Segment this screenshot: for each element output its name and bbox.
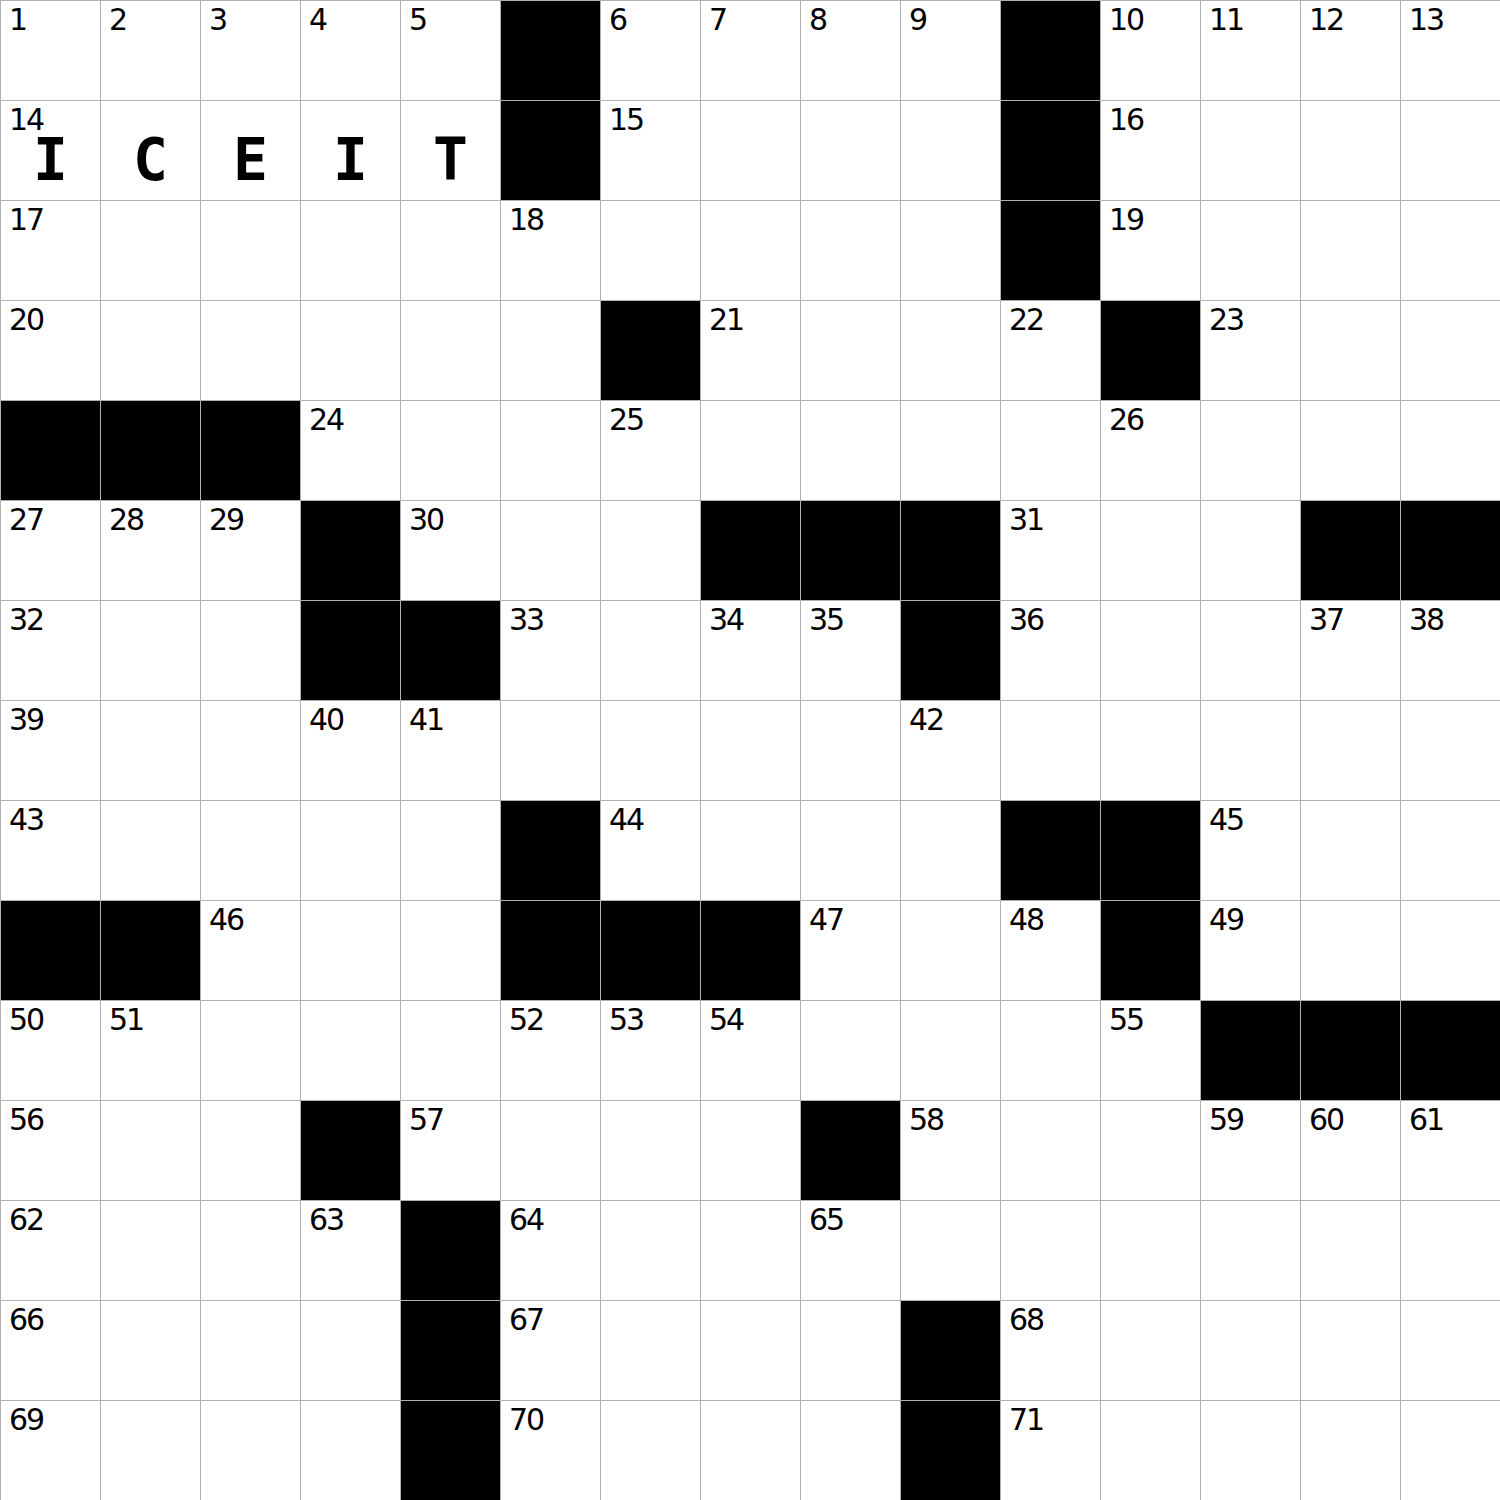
cell-r12c3[interactable]: 63	[301, 1201, 401, 1301]
cell-r1c7[interactable]	[701, 101, 801, 201]
cell-r13c14[interactable]	[1401, 1301, 1500, 1401]
cell-letter: E	[201, 101, 300, 200]
cell-r5c4[interactable]: 30	[401, 501, 501, 601]
cell-r6c14[interactable]: 38	[1401, 601, 1500, 701]
cell-r3c4[interactable]	[401, 301, 501, 401]
cell-r4c3[interactable]: 24	[301, 401, 401, 501]
clue-number-29: 29	[209, 503, 243, 536]
cell-letter: T	[401, 101, 500, 200]
cell-r5c12[interactable]	[1201, 501, 1301, 601]
clue-number-18: 18	[509, 203, 543, 236]
cell-r12c10[interactable]	[1001, 1201, 1101, 1301]
cell-r1c3[interactable]: I	[301, 101, 401, 201]
cell-r10c1[interactable]: 51	[101, 1001, 201, 1101]
clue-number-6: 6	[609, 3, 626, 36]
cell-r11c9[interactable]: 58	[901, 1101, 1001, 1201]
cell-r6c5[interactable]: 33	[501, 601, 601, 701]
cell-r1c6[interactable]: 15	[601, 101, 701, 201]
cell-r10c6[interactable]: 53	[601, 1001, 701, 1101]
cell-r11c0[interactable]: 56	[1, 1101, 101, 1201]
clue-number-58: 58	[909, 1103, 943, 1136]
cell-r5c10[interactable]: 31	[1001, 501, 1101, 601]
black-cell-r2c10	[1001, 201, 1101, 301]
clue-number-7: 7	[709, 3, 726, 36]
clue-number-53: 53	[609, 1003, 643, 1036]
cell-r5c5[interactable]	[501, 501, 601, 601]
cell-r7c13[interactable]	[1301, 701, 1401, 801]
cell-r9c13[interactable]	[1301, 901, 1401, 1001]
clue-number-36: 36	[1009, 603, 1043, 636]
cell-r12c8[interactable]: 65	[801, 1201, 901, 1301]
cell-r1c8[interactable]	[801, 101, 901, 201]
cell-r3c12[interactable]: 23	[1201, 301, 1301, 401]
cell-r13c13[interactable]	[1301, 1301, 1401, 1401]
cell-r14c8[interactable]	[801, 1401, 901, 1500]
cell-r14c7[interactable]	[701, 1401, 801, 1500]
cell-r4c13[interactable]	[1301, 401, 1401, 501]
cell-r2c11[interactable]: 19	[1101, 201, 1201, 301]
cell-r0c14[interactable]: 13	[1401, 1, 1500, 101]
clue-number-1: 1	[9, 3, 26, 36]
clue-number-67: 67	[509, 1303, 543, 1336]
cell-r8c0[interactable]: 43	[1, 801, 101, 901]
cell-r8c4[interactable]	[401, 801, 501, 901]
black-cell-r6c9	[901, 601, 1001, 701]
crossword-grid: 1234567891011121314ICEIT1516171819202122…	[0, 0, 1500, 1500]
clue-number-26: 26	[1109, 403, 1143, 436]
cell-r4c5[interactable]	[501, 401, 601, 501]
cell-r7c4[interactable]: 41	[401, 701, 501, 801]
clue-number-37: 37	[1309, 603, 1343, 636]
cell-r0c11[interactable]: 10	[1101, 1, 1201, 101]
cell-r14c5[interactable]: 70	[501, 1401, 601, 1500]
cell-r1c9[interactable]	[901, 101, 1001, 201]
clue-number-68: 68	[1009, 1303, 1043, 1336]
clue-number-57: 57	[409, 1103, 443, 1136]
cell-r6c8[interactable]: 35	[801, 601, 901, 701]
cell-r10c8[interactable]	[801, 1001, 901, 1101]
cell-r6c11[interactable]	[1101, 601, 1201, 701]
black-cell-r10c13	[1301, 1001, 1401, 1101]
cell-r8c6[interactable]: 44	[601, 801, 701, 901]
cell-r7c9[interactable]: 42	[901, 701, 1001, 801]
cell-r9c12[interactable]: 49	[1201, 901, 1301, 1001]
cell-r9c4[interactable]	[401, 901, 501, 1001]
cell-r2c5[interactable]: 18	[501, 201, 601, 301]
cell-r4c11[interactable]: 26	[1101, 401, 1201, 501]
cell-r3c3[interactable]	[301, 301, 401, 401]
black-cell-r5c13	[1301, 501, 1401, 601]
black-cell-r10c14	[1401, 1001, 1500, 1101]
cell-letter: C	[101, 101, 200, 200]
black-cell-r9c1	[101, 901, 201, 1001]
clue-number-40: 40	[309, 703, 343, 736]
cell-r1c12[interactable]	[1201, 101, 1301, 201]
clue-number-38: 38	[1409, 603, 1443, 636]
clue-number-39: 39	[9, 703, 43, 736]
cell-r2c3[interactable]	[301, 201, 401, 301]
cell-r3c0[interactable]: 20	[1, 301, 101, 401]
cell-r3c9[interactable]	[901, 301, 1001, 401]
cell-r7c5[interactable]	[501, 701, 601, 801]
cell-r11c10[interactable]	[1001, 1101, 1101, 1201]
cell-r12c13[interactable]	[1301, 1201, 1401, 1301]
black-cell-r10c12	[1201, 1001, 1301, 1101]
cell-r1c4[interactable]: T	[401, 101, 501, 201]
cell-r11c6[interactable]	[601, 1101, 701, 1201]
clue-number-32: 32	[9, 603, 43, 636]
black-cell-r6c3	[301, 601, 401, 701]
clue-number-8: 8	[809, 3, 826, 36]
clue-number-30: 30	[409, 503, 443, 536]
clue-number-50: 50	[9, 1003, 43, 1036]
black-cell-r8c10	[1001, 801, 1101, 901]
cell-r12c14[interactable]	[1401, 1201, 1500, 1301]
cell-r14c12[interactable]	[1201, 1401, 1301, 1500]
black-cell-r0c5	[501, 1, 601, 101]
cell-r1c13[interactable]	[1301, 101, 1401, 201]
clue-number-33: 33	[509, 603, 543, 636]
cell-r4c8[interactable]	[801, 401, 901, 501]
black-cell-r9c7	[701, 901, 801, 1001]
clue-number-28: 28	[109, 503, 143, 536]
clue-number-61: 61	[1409, 1103, 1443, 1136]
black-cell-r3c6	[601, 301, 701, 401]
cell-r10c4[interactable]	[401, 1001, 501, 1101]
clue-number-44: 44	[609, 803, 643, 836]
cell-r3c8[interactable]	[801, 301, 901, 401]
cell-r2c14[interactable]	[1401, 201, 1500, 301]
black-cell-r1c10	[1001, 101, 1101, 201]
black-cell-r4c2	[201, 401, 301, 501]
clue-number-27: 27	[9, 503, 43, 536]
cell-r0c3[interactable]: 4	[301, 1, 401, 101]
clue-number-24: 24	[309, 403, 343, 436]
clue-number-47: 47	[809, 903, 843, 936]
cell-r0c8[interactable]: 8	[801, 1, 901, 101]
cell-r0c7[interactable]: 7	[701, 1, 801, 101]
cell-r4c10[interactable]	[1001, 401, 1101, 501]
cell-r3c10[interactable]: 22	[1001, 301, 1101, 401]
cell-r2c2[interactable]	[201, 201, 301, 301]
cell-r9c2[interactable]: 46	[201, 901, 301, 1001]
cell-r10c3[interactable]	[301, 1001, 401, 1101]
cell-r4c4[interactable]	[401, 401, 501, 501]
cell-r7c0[interactable]: 39	[1, 701, 101, 801]
clue-number-35: 35	[809, 603, 843, 636]
cell-r5c2[interactable]: 29	[201, 501, 301, 601]
cell-r7c7[interactable]	[701, 701, 801, 801]
black-cell-r14c4	[401, 1401, 501, 1500]
cell-r12c0[interactable]: 62	[1, 1201, 101, 1301]
cell-r0c9[interactable]: 9	[901, 1, 1001, 101]
cell-r1c2[interactable]: E	[201, 101, 301, 201]
clue-number-2: 2	[109, 3, 126, 36]
clue-number-9: 9	[909, 3, 926, 36]
cell-r11c7[interactable]	[701, 1101, 801, 1201]
clue-number-22: 22	[1009, 303, 1043, 336]
cell-r7c8[interactable]	[801, 701, 901, 801]
clue-number-45: 45	[1209, 803, 1243, 836]
clue-number-3: 3	[209, 3, 226, 36]
cell-r1c0[interactable]: 14I	[1, 101, 101, 201]
clue-number-25: 25	[609, 403, 643, 436]
black-cell-r9c11	[1101, 901, 1201, 1001]
black-cell-r8c11	[1101, 801, 1201, 901]
cell-r3c1[interactable]	[101, 301, 201, 401]
clue-number-46: 46	[209, 903, 243, 936]
cell-r6c10[interactable]: 36	[1001, 601, 1101, 701]
clue-number-19: 19	[1109, 203, 1143, 236]
cell-r2c12[interactable]	[1201, 201, 1301, 301]
black-cell-r5c9	[901, 501, 1001, 601]
cell-r3c5[interactable]	[501, 301, 601, 401]
cell-r14c10[interactable]: 71	[1001, 1401, 1101, 1500]
cell-r11c1[interactable]	[101, 1101, 201, 1201]
cell-r7c10[interactable]	[1001, 701, 1101, 801]
cell-r11c14[interactable]: 61	[1401, 1101, 1500, 1201]
clue-number-70: 70	[509, 1403, 543, 1436]
cell-r12c1[interactable]	[101, 1201, 201, 1301]
cell-r14c1[interactable]	[101, 1401, 201, 1500]
cell-letter: I	[1, 101, 100, 200]
cell-r2c4[interactable]	[401, 201, 501, 301]
cell-r12c11[interactable]	[1101, 1201, 1201, 1301]
black-cell-r8c5	[501, 801, 601, 901]
black-cell-r9c6	[601, 901, 701, 1001]
cell-r10c9[interactable]	[901, 1001, 1001, 1101]
clue-number-43: 43	[9, 803, 43, 836]
cell-r9c3[interactable]	[301, 901, 401, 1001]
cell-r10c10[interactable]	[1001, 1001, 1101, 1101]
cell-r5c1[interactable]: 28	[101, 501, 201, 601]
cell-r1c14[interactable]	[1401, 101, 1500, 201]
cell-r2c9[interactable]	[901, 201, 1001, 301]
cell-r10c5[interactable]: 52	[501, 1001, 601, 1101]
clue-number-49: 49	[1209, 903, 1243, 936]
clue-number-41: 41	[409, 703, 443, 736]
clue-number-52: 52	[509, 1003, 543, 1036]
cell-r2c0[interactable]: 17	[1, 201, 101, 301]
black-cell-r4c1	[101, 401, 201, 501]
cell-r6c6[interactable]	[601, 601, 701, 701]
cell-r13c3[interactable]	[301, 1301, 401, 1401]
cell-r3c2[interactable]	[201, 301, 301, 401]
cell-r14c2[interactable]	[201, 1401, 301, 1500]
clue-number-56: 56	[9, 1103, 43, 1136]
cell-r9c8[interactable]: 47	[801, 901, 901, 1001]
cell-r8c3[interactable]	[301, 801, 401, 901]
clue-number-55: 55	[1109, 1003, 1143, 1036]
cell-r0c4[interactable]: 5	[401, 1, 501, 101]
cell-r11c2[interactable]	[201, 1101, 301, 1201]
cell-r6c2[interactable]	[201, 601, 301, 701]
clue-number-34: 34	[709, 603, 743, 636]
clue-number-13: 13	[1409, 3, 1443, 36]
black-cell-r4c0	[1, 401, 101, 501]
cell-r7c11[interactable]	[1101, 701, 1201, 801]
black-cell-r5c7	[701, 501, 801, 601]
cell-r4c9[interactable]	[901, 401, 1001, 501]
black-cell-r9c5	[501, 901, 601, 1001]
cell-r11c13[interactable]: 60	[1301, 1101, 1401, 1201]
cell-r12c7[interactable]	[701, 1201, 801, 1301]
cell-r14c0[interactable]: 69	[1, 1401, 101, 1500]
black-cell-r13c4	[401, 1301, 501, 1401]
cell-r3c7[interactable]: 21	[701, 301, 801, 401]
cell-r11c5[interactable]	[501, 1101, 601, 1201]
cell-r0c0[interactable]: 1	[1, 1, 101, 101]
cell-r9c14[interactable]	[1401, 901, 1500, 1001]
clue-number-71: 71	[1009, 1403, 1043, 1436]
cell-r12c9[interactable]	[901, 1201, 1001, 1301]
cell-r8c1[interactable]	[101, 801, 201, 901]
cell-r13c6[interactable]	[601, 1301, 701, 1401]
cell-r13c7[interactable]	[701, 1301, 801, 1401]
cell-r12c2[interactable]	[201, 1201, 301, 1301]
black-cell-r12c4	[401, 1201, 501, 1301]
clue-number-5: 5	[409, 3, 426, 36]
cell-r6c0[interactable]: 32	[1, 601, 101, 701]
clue-number-42: 42	[909, 703, 943, 736]
cell-r11c11[interactable]	[1101, 1101, 1201, 1201]
cell-r2c1[interactable]	[101, 201, 201, 301]
clue-number-20: 20	[9, 303, 43, 336]
cell-r4c7[interactable]	[701, 401, 801, 501]
cell-r5c0[interactable]: 27	[1, 501, 101, 601]
cell-r14c13[interactable]	[1301, 1401, 1401, 1500]
clue-number-17: 17	[9, 203, 43, 236]
cell-r5c6[interactable]	[601, 501, 701, 601]
cell-r11c4[interactable]: 57	[401, 1101, 501, 1201]
cell-r8c2[interactable]	[201, 801, 301, 901]
clue-number-69: 69	[9, 1403, 43, 1436]
black-cell-r3c11	[1101, 301, 1201, 401]
cell-r2c8[interactable]	[801, 201, 901, 301]
cell-r10c7[interactable]: 54	[701, 1001, 801, 1101]
clue-number-59: 59	[1209, 1103, 1243, 1136]
cell-r8c8[interactable]	[801, 801, 901, 901]
cell-r9c9[interactable]	[901, 901, 1001, 1001]
clue-number-64: 64	[509, 1203, 543, 1236]
cell-r8c12[interactable]: 45	[1201, 801, 1301, 901]
cell-r8c13[interactable]	[1301, 801, 1401, 901]
cell-letter: I	[301, 101, 400, 200]
clue-number-21: 21	[709, 303, 743, 336]
cell-r8c14[interactable]	[1401, 801, 1500, 901]
cell-r7c6[interactable]	[601, 701, 701, 801]
clue-number-16: 16	[1109, 103, 1143, 136]
clue-number-31: 31	[1009, 503, 1043, 536]
cell-r11c12[interactable]: 59	[1201, 1101, 1301, 1201]
cell-r14c14[interactable]	[1401, 1401, 1500, 1500]
cell-r13c1[interactable]	[101, 1301, 201, 1401]
cell-r10c0[interactable]: 50	[1, 1001, 101, 1101]
cell-r6c13[interactable]: 37	[1301, 601, 1401, 701]
cell-r3c14[interactable]	[1401, 301, 1500, 401]
cell-r4c14[interactable]	[1401, 401, 1500, 501]
cell-r3c13[interactable]	[1301, 301, 1401, 401]
clue-number-10: 10	[1109, 3, 1143, 36]
cell-r0c6[interactable]: 6	[601, 1, 701, 101]
black-cell-r5c8	[801, 501, 901, 601]
cell-r4c6[interactable]: 25	[601, 401, 701, 501]
cell-r6c7[interactable]: 34	[701, 601, 801, 701]
cell-r0c2[interactable]: 3	[201, 1, 301, 101]
cell-r0c13[interactable]: 12	[1301, 1, 1401, 101]
cell-r7c14[interactable]	[1401, 701, 1500, 801]
cell-r13c12[interactable]	[1201, 1301, 1301, 1401]
cell-r10c11[interactable]: 55	[1101, 1001, 1201, 1101]
cell-r8c9[interactable]	[901, 801, 1001, 901]
black-cell-r9c0	[1, 901, 101, 1001]
clue-number-65: 65	[809, 1203, 843, 1236]
cell-r2c7[interactable]	[701, 201, 801, 301]
cell-r14c3[interactable]	[301, 1401, 401, 1500]
cell-r1c1[interactable]: C	[101, 101, 201, 201]
clue-number-4: 4	[309, 3, 326, 36]
black-cell-r6c4	[401, 601, 501, 701]
clue-number-63: 63	[309, 1203, 343, 1236]
clue-number-62: 62	[9, 1203, 43, 1236]
black-cell-r11c3	[301, 1101, 401, 1201]
cell-r10c2[interactable]	[201, 1001, 301, 1101]
cell-r13c5[interactable]: 67	[501, 1301, 601, 1401]
black-cell-r11c8	[801, 1101, 901, 1201]
clue-number-66: 66	[9, 1303, 43, 1336]
cell-r9c10[interactable]: 48	[1001, 901, 1101, 1001]
cell-r5c11[interactable]	[1101, 501, 1201, 601]
clue-number-48: 48	[1009, 903, 1043, 936]
cell-r14c6[interactable]	[601, 1401, 701, 1500]
black-cell-r0c10	[1001, 1, 1101, 101]
cell-r1c11[interactable]: 16	[1101, 101, 1201, 201]
black-cell-r13c9	[901, 1301, 1001, 1401]
cell-r13c2[interactable]	[201, 1301, 301, 1401]
clue-number-60: 60	[1309, 1103, 1343, 1136]
cell-r8c7[interactable]	[701, 801, 801, 901]
cell-r7c2[interactable]	[201, 701, 301, 801]
cell-r12c5[interactable]: 64	[501, 1201, 601, 1301]
cell-r7c1[interactable]	[101, 701, 201, 801]
clue-number-54: 54	[709, 1003, 743, 1036]
black-cell-r1c5	[501, 101, 601, 201]
black-cell-r5c3	[301, 501, 401, 601]
clue-number-11: 11	[1209, 3, 1243, 36]
black-cell-r5c14	[1401, 501, 1500, 601]
cell-r0c12[interactable]: 11	[1201, 1, 1301, 101]
cell-r7c12[interactable]	[1201, 701, 1301, 801]
cell-r0c1[interactable]: 2	[101, 1, 201, 101]
cell-r13c0[interactable]: 66	[1, 1301, 101, 1401]
clue-number-23: 23	[1209, 303, 1243, 336]
cell-r12c6[interactable]	[601, 1201, 701, 1301]
cell-r6c12[interactable]	[1201, 601, 1301, 701]
cell-r13c10[interactable]: 68	[1001, 1301, 1101, 1401]
clue-number-15: 15	[609, 103, 643, 136]
cell-r7c3[interactable]: 40	[301, 701, 401, 801]
cell-r12c12[interactable]	[1201, 1201, 1301, 1301]
cell-r14c11[interactable]	[1101, 1401, 1201, 1500]
cell-r13c11[interactable]	[1101, 1301, 1201, 1401]
cell-r4c12[interactable]	[1201, 401, 1301, 501]
clue-number-12: 12	[1309, 3, 1343, 36]
cell-r6c1[interactable]	[101, 601, 201, 701]
cell-r2c6[interactable]	[601, 201, 701, 301]
black-cell-r14c9	[901, 1401, 1001, 1500]
cell-r13c8[interactable]	[801, 1301, 901, 1401]
cell-r2c13[interactable]	[1301, 201, 1401, 301]
